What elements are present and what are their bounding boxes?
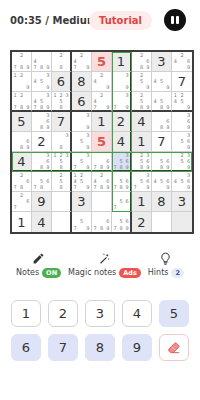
cell-r5c6[interactable]: 4: [112, 132, 132, 152]
cell-notes: 259: [132, 72, 151, 91]
cell-value: 4: [112, 132, 130, 151]
cell-r5c5[interactable]: 5: [92, 132, 112, 152]
numpad-button-3[interactable]: 3: [85, 300, 115, 327]
cell-notes: 39: [72, 112, 91, 131]
cell-notes: 2479: [72, 52, 91, 71]
cell-notes: 689: [152, 112, 171, 131]
cell-r1c4[interactable]: 2479: [72, 52, 92, 72]
cell-r5c8[interactable]: 7: [152, 132, 172, 152]
sudoku-app-screen: 00:35 / Medium Tutorial 2789478928247951…: [0, 0, 200, 400]
cell-notes: 6789: [92, 152, 111, 170]
cell-r2c4[interactable]: 8: [72, 72, 92, 92]
cell-value: 5: [92, 52, 111, 71]
cell-r8c3[interactable]: [52, 192, 72, 212]
cell-r3c9[interactable]: 12459: [172, 92, 192, 112]
cell-r4c1[interactable]: 5: [12, 112, 32, 132]
notes-button[interactable]: Notes ON: [16, 252, 61, 278]
cell-r2c2[interactable]: 3459: [32, 72, 52, 92]
cell-r9c8[interactable]: [152, 212, 172, 232]
cell-notes: 3569: [172, 132, 192, 151]
cell-r6c1[interactable]: 4: [12, 152, 32, 172]
hints-label: Hints: [148, 268, 169, 277]
cell-r2c1[interactable]: 129: [12, 72, 32, 92]
numpad-button-6[interactable]: 6: [11, 334, 41, 361]
cell-value: 2: [32, 132, 51, 151]
cell-r3c8[interactable]: 4589: [152, 92, 172, 112]
timer-difficulty: 00:35 / Medium: [10, 15, 97, 26]
cell-r2c3[interactable]: 6: [52, 72, 72, 92]
cell-notes: 359: [72, 132, 91, 151]
cell-value: 6: [52, 72, 70, 91]
cell-r6c8[interactable]: 5689: [152, 152, 172, 172]
cell-notes: 3689: [32, 112, 51, 131]
cell-r2c8[interactable]: 459: [152, 72, 172, 92]
sudoku-board: 2789478928247951268932469129345968249392…: [10, 50, 194, 234]
cell-notes: 369: [172, 112, 192, 131]
numpad-button-9[interactable]: 9: [122, 334, 152, 361]
cell-notes: 2469: [172, 52, 192, 71]
cell-notes: 56789: [112, 172, 130, 191]
cell-r2c5[interactable]: 249: [92, 72, 112, 92]
cell-r7c5[interactable]: 246789: [92, 172, 112, 192]
numpad: 123456789: [0, 300, 200, 361]
cell-notes: 2678: [12, 172, 31, 191]
cell-r5c1[interactable]: 689: [12, 132, 32, 152]
cell-r7c8[interactable]: 4569: [152, 172, 172, 192]
cell-r1c5[interactable]: 5: [92, 52, 112, 72]
bulb-icon: [159, 252, 172, 265]
cell-value: 2: [112, 112, 130, 131]
cell-value: 1: [12, 212, 31, 232]
cell-notes: 28: [52, 52, 70, 71]
cell-notes: 567: [112, 192, 130, 211]
cell-notes: 38: [52, 132, 70, 151]
notes-label: Notes: [16, 268, 39, 277]
cell-value: 4: [12, 152, 31, 170]
cell-r8c7[interactable]: 1: [132, 192, 152, 212]
cell-value: 4: [132, 112, 151, 131]
cell-r9c9[interactable]: [172, 212, 192, 232]
cell-r6c4[interactable]: 3579: [72, 152, 92, 172]
cell-r3c6[interactable]: 379: [112, 92, 132, 112]
cell-notes: 689: [12, 132, 31, 151]
numpad-row: 12345: [11, 300, 189, 327]
cell-r6c5[interactable]: 6789: [92, 152, 112, 172]
cell-r4c2[interactable]: 3689: [32, 112, 52, 132]
cell-notes: 12358: [52, 92, 70, 110]
tutorial-button[interactable]: Tutorial: [89, 11, 152, 30]
cell-r8c6[interactable]: 567: [112, 192, 132, 212]
cell-notes: 3689: [32, 152, 51, 170]
cell-r7c7[interactable]: 35679: [132, 172, 152, 192]
cell-r3c1[interactable]: 12789: [12, 92, 32, 112]
cell-value: 6: [72, 92, 91, 110]
cell-r4c5[interactable]: 1: [92, 112, 112, 132]
cell-r9c7[interactable]: 2: [132, 212, 152, 232]
cell-r7c3[interactable]: 258: [52, 172, 72, 192]
cell-r8c1[interactable]: 267: [12, 192, 32, 212]
cell-r7c6[interactable]: 56789: [112, 172, 132, 192]
numpad-button-4[interactable]: 4: [122, 300, 152, 327]
cell-notes: 3459: [32, 72, 51, 91]
magic-notes-badge: Ads: [119, 268, 141, 278]
header: 00:35 / Medium Tutorial: [0, 8, 200, 34]
wand-icon: [98, 252, 111, 265]
cell-r5c4[interactable]: 359: [72, 132, 92, 152]
cell-notes: 356789: [112, 152, 130, 170]
cell-r9c3[interactable]: [52, 212, 72, 232]
cell-r3c4[interactable]: 6: [72, 92, 92, 112]
cell-r9c1[interactable]: 1: [12, 212, 32, 232]
toolbar: Notes ON Magic notes Ads Hints 2: [0, 252, 200, 278]
cell-notes: 4569: [152, 172, 171, 191]
cell-value: 8: [72, 72, 91, 91]
cell-notes: 12459: [172, 92, 192, 110]
cell-value: 1: [112, 52, 130, 71]
numpad-button-7[interactable]: 7: [48, 334, 78, 361]
cell-value: 5: [92, 132, 111, 151]
cell-value: 4: [32, 212, 51, 232]
cell-value: 7: [52, 112, 70, 131]
cell-notes: 56789: [112, 212, 130, 232]
cell-r7c1[interactable]: 2678: [12, 172, 32, 192]
cell-r5c7[interactable]: 1: [132, 132, 152, 152]
cell-notes: 345789: [32, 92, 51, 110]
cell-value: 3: [172, 192, 192, 211]
eraser-button[interactable]: [159, 334, 189, 361]
cell-notes: 4789: [32, 52, 51, 71]
cell-r8c2[interactable]: 9: [32, 192, 52, 212]
cell-r3c7[interactable]: 2589: [132, 92, 152, 112]
cell-r1c1[interactable]: 2789: [12, 52, 32, 72]
cell-value: 8: [152, 192, 171, 211]
cell-notes: 5689: [152, 152, 171, 170]
cell-r7c4[interactable]: 124579: [72, 172, 92, 192]
cell-value: 3: [72, 192, 91, 211]
cell-r3c2[interactable]: 345789: [32, 92, 52, 112]
cell-notes: 249: [92, 72, 111, 91]
cell-r7c2[interactable]: 5678: [32, 172, 52, 192]
cell-r9c2[interactable]: 4: [32, 212, 52, 232]
cell-notes: 258: [52, 172, 70, 191]
cell-value: 7: [152, 132, 171, 151]
cell-notes: 124579: [72, 172, 91, 191]
cell-value: 9: [32, 192, 51, 211]
cell-r3c3[interactable]: 12358: [52, 92, 72, 112]
cell-notes: 267: [12, 192, 31, 211]
cell-r6c9[interactable]: 23569: [172, 152, 192, 172]
cell-notes: 6789: [92, 212, 111, 232]
cell-r8c8[interactable]: 8: [152, 192, 172, 212]
cell-r9c4[interactable]: 579: [72, 212, 92, 232]
pause-button[interactable]: [164, 9, 186, 31]
cell-value: 2: [132, 212, 151, 232]
cell-r6c7[interactable]: 235689: [132, 152, 152, 172]
cell-notes: 12789: [12, 92, 31, 110]
cell-notes: 4589: [152, 92, 171, 110]
cell-r5c2[interactable]: 2: [32, 132, 52, 152]
numpad-button-8[interactable]: 8: [85, 334, 115, 361]
cell-value: 7: [172, 72, 192, 91]
cell-r7c9[interactable]: 34569: [172, 172, 192, 192]
numpad-button-2[interactable]: 2: [48, 300, 78, 327]
cell-notes: 2689: [132, 52, 151, 71]
cell-r8c4[interactable]: 3: [72, 192, 92, 212]
cell-r4c6[interactable]: 2: [112, 112, 132, 132]
cell-r6c6[interactable]: 356789: [112, 152, 132, 172]
numpad-row: 6789: [11, 334, 189, 361]
cell-value: [172, 212, 192, 232]
cell-notes: 5678: [32, 172, 51, 191]
cell-r1c2[interactable]: 4789: [32, 52, 52, 72]
cell-r4c3[interactable]: 7: [52, 112, 72, 132]
cell-notes: 379: [112, 92, 130, 110]
cell-notes: 3579: [72, 152, 91, 170]
eraser-icon: [167, 341, 181, 355]
cell-notes: 12358: [52, 152, 70, 170]
cell-notes: 2479: [92, 92, 111, 110]
cell-notes: 35679: [132, 172, 151, 191]
magic-notes-label: Magic notes: [68, 268, 116, 277]
cell-notes: 23569: [172, 152, 192, 170]
cell-value: 1: [92, 112, 111, 131]
cell-r1c7[interactable]: 2689: [132, 52, 152, 72]
cell-value: 3: [152, 52, 171, 71]
cell-r2c7[interactable]: 259: [132, 72, 152, 92]
magic-notes-button[interactable]: Magic notes Ads: [68, 252, 141, 278]
cell-r4c8[interactable]: 689: [152, 112, 172, 132]
cell-value: 1: [132, 132, 151, 151]
cell-value: 5: [12, 112, 31, 131]
cell-value: 1: [132, 192, 151, 211]
cell-notes: 235689: [132, 152, 151, 170]
pause-icon: [171, 16, 174, 24]
cell-r1c8[interactable]: 3: [152, 52, 172, 72]
cell-r3c5[interactable]: 2479: [92, 92, 112, 112]
numpad-button-1[interactable]: 1: [11, 300, 41, 327]
cell-r4c9[interactable]: 369: [172, 112, 192, 132]
cell-notes: 2789: [12, 52, 31, 71]
cell-r8c9[interactable]: 3: [172, 192, 192, 212]
cell-r2c6[interactable]: 39: [112, 72, 132, 92]
cell-notes: 34569: [172, 172, 192, 191]
cell-notes: 579: [72, 212, 91, 232]
cell-r2c9[interactable]: 7: [172, 72, 192, 92]
hints-badge: 2: [171, 268, 184, 278]
cell-r1c3[interactable]: 28: [52, 52, 72, 72]
cell-notes: 39: [112, 72, 130, 91]
cell-r4c4[interactable]: 39: [72, 112, 92, 132]
numpad-button-5[interactable]: 5: [159, 300, 189, 327]
cell-r5c3[interactable]: 38: [52, 132, 72, 152]
hints-button[interactable]: Hints 2: [148, 252, 184, 278]
cell-notes: 246789: [92, 172, 111, 191]
pencil-icon: [32, 252, 45, 265]
cell-r5c9[interactable]: 3569: [172, 132, 192, 152]
cell-notes: 129: [12, 72, 31, 91]
cell-notes: 2589: [132, 92, 151, 110]
cell-r8c5[interactable]: [92, 192, 112, 212]
cell-r9c6[interactable]: 56789: [112, 212, 132, 232]
cell-r1c6[interactable]: 1: [112, 52, 132, 72]
cell-r4c7[interactable]: 4: [132, 112, 152, 132]
cell-r1c9[interactable]: 2469: [172, 52, 192, 72]
cell-r6c3[interactable]: 12358: [52, 152, 72, 172]
cell-notes: 459: [152, 72, 171, 91]
cell-r6c2[interactable]: 3689: [32, 152, 52, 172]
cell-r9c5[interactable]: 6789: [92, 212, 112, 232]
notes-badge: ON: [42, 268, 61, 278]
